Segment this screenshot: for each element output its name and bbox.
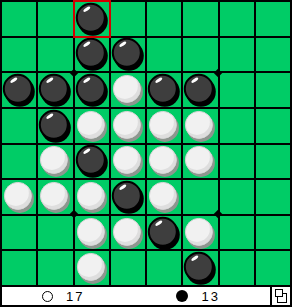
board-cell[interactable] (183, 251, 217, 285)
board-cell[interactable] (111, 38, 145, 72)
white-disc (40, 146, 68, 174)
board-cell[interactable] (111, 180, 145, 214)
board-cell[interactable] (220, 73, 254, 107)
board-cell[interactable] (75, 180, 109, 214)
board-cell[interactable] (111, 2, 145, 36)
board-cell[interactable] (111, 216, 145, 250)
board-cell[interactable] (147, 145, 181, 179)
black-disc (75, 74, 105, 104)
board-cell[interactable] (183, 216, 217, 250)
black-disc (112, 181, 142, 211)
board-cell[interactable] (256, 2, 290, 36)
disc-highlight (82, 41, 90, 48)
disc-highlight (191, 77, 199, 84)
white-circle-icon (42, 291, 53, 302)
board-cell-last-move[interactable] (75, 2, 109, 36)
board-cell[interactable] (111, 145, 145, 179)
board-cell[interactable] (183, 145, 217, 179)
board-cell[interactable] (220, 251, 254, 285)
board-cell[interactable] (38, 180, 72, 214)
disc-highlight (155, 219, 163, 226)
white-disc (113, 75, 141, 103)
white-disc (185, 146, 213, 174)
black-disc (75, 145, 105, 175)
status-bar: 17 13 (2, 285, 290, 305)
board-cell[interactable] (256, 180, 290, 214)
board-cell[interactable] (111, 73, 145, 107)
black-score: 13 (201, 289, 219, 304)
disc-highlight (82, 148, 90, 155)
white-disc (185, 111, 213, 139)
board-cell[interactable] (256, 251, 290, 285)
board-cell[interactable] (256, 145, 290, 179)
board-cell[interactable] (256, 73, 290, 107)
black-disc (148, 216, 178, 246)
board-cell[interactable] (2, 251, 36, 285)
othello-window: 17 13 (0, 0, 292, 307)
black-circle-icon (176, 290, 188, 302)
black-disc (184, 74, 214, 104)
grow-box-icon[interactable] (270, 287, 290, 305)
disc-highlight (119, 41, 127, 48)
board-cell[interactable] (38, 145, 72, 179)
board-cell[interactable] (147, 180, 181, 214)
white-disc (149, 111, 177, 139)
black-disc (39, 74, 69, 104)
white-disc (77, 253, 105, 281)
board (2, 2, 290, 285)
board-cell[interactable] (256, 109, 290, 143)
board-cell[interactable] (75, 251, 109, 285)
black-disc (75, 38, 105, 68)
board-cell[interactable] (220, 145, 254, 179)
disc-highlight (155, 77, 163, 84)
white-disc (40, 182, 68, 210)
board-cell[interactable] (38, 109, 72, 143)
disc-highlight (46, 112, 54, 119)
board-cell[interactable] (147, 251, 181, 285)
board-cell[interactable] (147, 38, 181, 72)
board-cell[interactable] (2, 73, 36, 107)
board-cell[interactable] (183, 109, 217, 143)
board-cell[interactable] (75, 73, 109, 107)
board-cell[interactable] (183, 180, 217, 214)
white-disc (77, 111, 105, 139)
board-cell[interactable] (2, 38, 36, 72)
board-cell[interactable] (183, 38, 217, 72)
board-cell[interactable] (220, 38, 254, 72)
white-disc (149, 146, 177, 174)
white-disc (77, 217, 105, 245)
board-cell[interactable] (147, 109, 181, 143)
board-cell[interactable] (220, 180, 254, 214)
black-disc (39, 109, 69, 139)
white-disc (77, 182, 105, 210)
disc-highlight (191, 255, 199, 262)
board-cell[interactable] (2, 2, 36, 36)
board-cell[interactable] (183, 73, 217, 107)
board-cell[interactable] (75, 216, 109, 250)
black-disc (3, 74, 33, 104)
white-score: 17 (66, 289, 84, 304)
board-cell[interactable] (111, 251, 145, 285)
black-disc (75, 3, 105, 33)
disc-highlight (82, 77, 90, 84)
disc-highlight (119, 184, 127, 191)
board-cell[interactable] (75, 145, 109, 179)
board-cell[interactable] (220, 216, 254, 250)
board-cell[interactable] (2, 180, 36, 214)
board-cell[interactable] (38, 216, 72, 250)
board-cell[interactable] (147, 216, 181, 250)
disc-highlight (82, 6, 90, 13)
black-disc (184, 252, 214, 282)
black-disc (148, 74, 178, 104)
board-cell[interactable] (38, 73, 72, 107)
board-cell[interactable] (38, 38, 72, 72)
board-cell[interactable] (256, 38, 290, 72)
board-cell[interactable] (256, 216, 290, 250)
white-disc (113, 111, 141, 139)
board-cell[interactable] (147, 2, 181, 36)
white-disc (149, 182, 177, 210)
disc-highlight (46, 77, 54, 84)
board-cell[interactable] (2, 145, 36, 179)
board-cell[interactable] (220, 109, 254, 143)
disc-highlight (10, 77, 18, 84)
grow-box-front-square (275, 289, 283, 297)
white-disc (185, 217, 213, 245)
board-cell[interactable] (38, 251, 72, 285)
board-cell[interactable] (2, 109, 36, 143)
white-disc (4, 182, 32, 210)
board-cell[interactable] (183, 2, 217, 36)
board-cell[interactable] (111, 109, 145, 143)
white-disc (113, 146, 141, 174)
board-cell[interactable] (75, 109, 109, 143)
board-cell[interactable] (38, 2, 72, 36)
board-cell[interactable] (147, 73, 181, 107)
board-cell[interactable] (220, 2, 254, 36)
black-disc (112, 38, 142, 68)
white-disc (113, 217, 141, 245)
board-cell[interactable] (75, 38, 109, 72)
board-cell[interactable] (2, 216, 36, 250)
